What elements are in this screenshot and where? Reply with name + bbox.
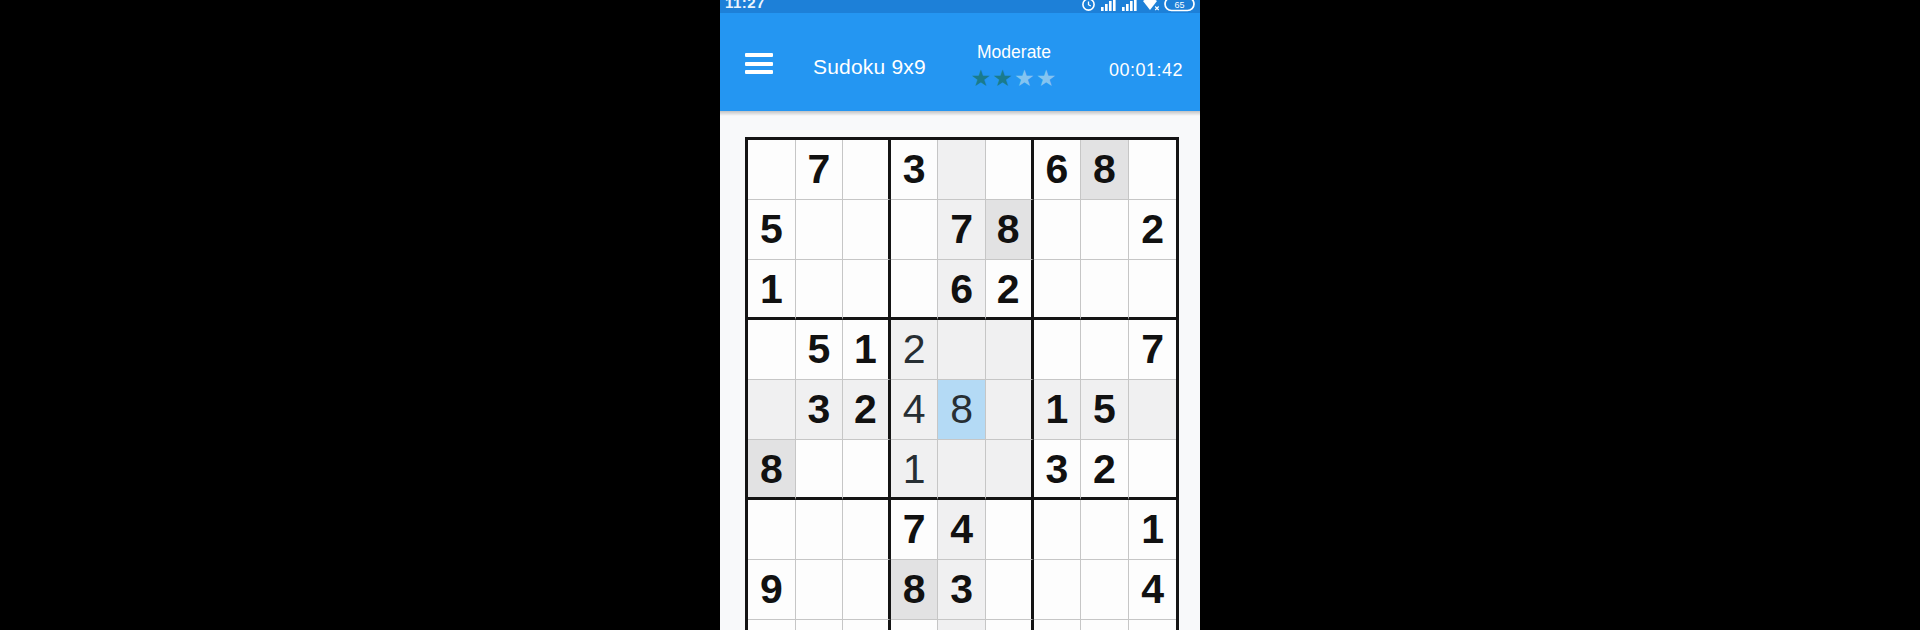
hamburger-icon (745, 53, 773, 57)
cell-r6c8[interactable]: 2 (1081, 440, 1129, 500)
cell-r3c6[interactable]: 2 (986, 260, 1034, 320)
cell-r1c3[interactable] (843, 140, 891, 200)
cell-r7c3[interactable] (843, 500, 891, 560)
cell-r3c3[interactable] (843, 260, 891, 320)
cell-r6c6[interactable] (986, 440, 1034, 500)
status-bar: 11:27 (720, 0, 1200, 13)
cell-r6c1[interactable]: 8 (748, 440, 796, 500)
app-bar: Sudoku 9x9 Moderate ★★★★ 00:01:42 (720, 13, 1200, 111)
cell-r4c7[interactable] (1034, 320, 1082, 380)
cell-r5c3[interactable]: 2 (843, 380, 891, 440)
cell-r4c6[interactable] (986, 320, 1034, 380)
cell-r2c8[interactable] (1081, 200, 1129, 260)
signal-bars-icon (1100, 0, 1117, 12)
star-empty-icon: ★ (1036, 65, 1058, 91)
cell-r4c3[interactable]: 1 (843, 320, 891, 380)
cell-r7c4[interactable]: 7 (891, 500, 939, 560)
cell-r5c4[interactable]: 4 (891, 380, 939, 440)
cell-r1c7[interactable]: 6 (1034, 140, 1082, 200)
cell-r9c4[interactable] (891, 620, 939, 630)
cell-r5c9[interactable] (1129, 380, 1177, 440)
cell-r8c7[interactable] (1034, 560, 1082, 620)
cell-r2c2[interactable] (796, 200, 844, 260)
cell-r8c8[interactable] (1081, 560, 1129, 620)
cell-r5c8[interactable]: 5 (1081, 380, 1129, 440)
star-filled-icon: ★ (971, 65, 993, 91)
cell-r8c6[interactable] (986, 560, 1034, 620)
cell-r7c9[interactable]: 1 (1129, 500, 1177, 560)
cell-r9c2[interactable] (796, 620, 844, 630)
cell-r1c8[interactable]: 8 (1081, 140, 1129, 200)
status-time: 11:27 (725, 0, 765, 11)
cell-r2c3[interactable] (843, 200, 891, 260)
cell-r8c3[interactable] (843, 560, 891, 620)
cell-r4c1[interactable] (748, 320, 796, 380)
cell-r5c2[interactable]: 3 (796, 380, 844, 440)
cell-r3c4[interactable] (891, 260, 939, 320)
cell-r4c4[interactable]: 2 (891, 320, 939, 380)
cell-r5c6[interactable] (986, 380, 1034, 440)
cell-r5c1[interactable] (748, 380, 796, 440)
status-icons: 65 (1081, 0, 1196, 13)
cell-r8c1[interactable]: 9 (748, 560, 796, 620)
cell-r9c5[interactable] (938, 620, 986, 630)
page-title: Sudoku 9x9 (813, 55, 926, 79)
cell-r2c6[interactable]: 8 (986, 200, 1034, 260)
sudoku-board: 73685782162512732481581327419834 (745, 137, 1179, 630)
cell-r8c2[interactable] (796, 560, 844, 620)
cell-r7c8[interactable] (1081, 500, 1129, 560)
cell-r9c9[interactable] (1129, 620, 1177, 630)
cell-r1c6[interactable] (986, 140, 1034, 200)
cell-r5c7[interactable]: 1 (1034, 380, 1082, 440)
cell-r1c5[interactable] (938, 140, 986, 200)
signal-bars-icon (1121, 0, 1138, 12)
cell-r6c2[interactable] (796, 440, 844, 500)
cell-r9c1[interactable] (748, 620, 796, 630)
alarm-clock-icon (1081, 0, 1096, 12)
cell-r3c9[interactable] (1129, 260, 1177, 320)
menu-button[interactable] (745, 53, 773, 75)
cell-r3c1[interactable]: 1 (748, 260, 796, 320)
difficulty-block: Moderate ★★★★ (954, 42, 1074, 90)
cell-r6c4[interactable]: 1 (891, 440, 939, 500)
cell-r1c2[interactable]: 7 (796, 140, 844, 200)
cell-r3c5[interactable]: 6 (938, 260, 986, 320)
cell-r1c4[interactable]: 3 (891, 140, 939, 200)
wifi-icon (1142, 0, 1160, 12)
battery-icon: 65 (1164, 0, 1196, 12)
cell-r4c8[interactable] (1081, 320, 1129, 380)
cell-r2c5[interactable]: 7 (938, 200, 986, 260)
cell-r2c7[interactable] (1034, 200, 1082, 260)
cell-r2c1[interactable]: 5 (748, 200, 796, 260)
cell-r6c5[interactable] (938, 440, 986, 500)
cell-r9c3[interactable] (843, 620, 891, 630)
cell-r1c1[interactable] (748, 140, 796, 200)
cell-r4c9[interactable]: 7 (1129, 320, 1177, 380)
cell-r7c6[interactable] (986, 500, 1034, 560)
cell-r6c7[interactable]: 3 (1034, 440, 1082, 500)
cell-r7c1[interactable] (748, 500, 796, 560)
cell-r9c7[interactable] (1034, 620, 1082, 630)
cell-r4c2[interactable]: 5 (796, 320, 844, 380)
cell-r6c3[interactable] (843, 440, 891, 500)
cell-r7c2[interactable] (796, 500, 844, 560)
cell-r1c9[interactable] (1129, 140, 1177, 200)
cell-r4c5[interactable] (938, 320, 986, 380)
cell-r8c4[interactable]: 8 (891, 560, 939, 620)
cell-r9c8[interactable] (1081, 620, 1129, 630)
cell-r2c4[interactable] (891, 200, 939, 260)
app-bar-shadow (720, 111, 1200, 116)
cell-r7c7[interactable] (1034, 500, 1082, 560)
difficulty-stars: ★★★★ (954, 66, 1074, 90)
cell-r2c9[interactable]: 2 (1129, 200, 1177, 260)
cell-r5c5[interactable]: 8 (938, 380, 986, 440)
app-screen: 11:27 (720, 0, 1200, 630)
battery-percent-text: 65 (1174, 0, 1184, 10)
star-empty-icon: ★ (1014, 65, 1036, 91)
cell-r6c9[interactable] (1129, 440, 1177, 500)
cell-r9c6[interactable] (986, 620, 1034, 630)
game-timer: 00:01:42 (1109, 60, 1183, 81)
difficulty-label: Moderate (954, 42, 1074, 63)
cell-r3c7[interactable] (1034, 260, 1082, 320)
cell-r8c9[interactable]: 4 (1129, 560, 1177, 620)
cell-r3c8[interactable] (1081, 260, 1129, 320)
cell-r8c5[interactable]: 3 (938, 560, 986, 620)
star-filled-icon: ★ (992, 65, 1014, 91)
cell-r7c5[interactable]: 4 (938, 500, 986, 560)
cell-r3c2[interactable] (796, 260, 844, 320)
